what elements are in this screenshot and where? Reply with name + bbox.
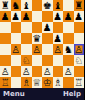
white-pawn-h4[interactable]: ♙	[74, 44, 85, 55]
white-king-e1[interactable]: ♔	[42, 77, 53, 88]
square-c6[interactable]	[21, 22, 32, 33]
square-c8[interactable]: ♝	[21, 0, 32, 11]
square-f6[interactable]	[53, 22, 64, 33]
black-bishop-c8[interactable]: ♝	[21, 0, 32, 11]
white-rook-h1[interactable]: ♖	[74, 77, 85, 88]
square-d5[interactable]: ♛	[32, 33, 43, 44]
square-b1[interactable]	[11, 77, 22, 88]
black-knight-g4[interactable]: ♞	[63, 44, 74, 55]
square-a2[interactable]: ♙	[0, 66, 11, 77]
black-pawn-g7[interactable]: ♟	[63, 11, 74, 22]
square-e7[interactable]	[42, 11, 53, 22]
white-pawn-d4[interactable]: ♙	[32, 44, 43, 55]
square-d1[interactable]: ♕	[32, 77, 43, 88]
square-g1[interactable]	[63, 77, 74, 88]
help-softkey[interactable]: Help	[63, 90, 81, 98]
square-c4[interactable]	[21, 44, 32, 55]
square-b3[interactable]	[11, 55, 22, 66]
black-pawn-f7[interactable]: ♟	[53, 11, 64, 22]
square-g5[interactable]	[63, 33, 74, 44]
square-b7[interactable]: ♟	[11, 11, 22, 22]
square-d3[interactable]	[32, 55, 43, 66]
square-d4[interactable]: ♙	[32, 44, 43, 55]
white-pawn-c2[interactable]: ♙	[21, 66, 32, 77]
black-king-e8[interactable]: ♚	[42, 0, 53, 11]
square-a6[interactable]	[0, 22, 11, 33]
white-rook-a1[interactable]: ♖	[0, 77, 11, 88]
black-pawn-h7[interactable]: ♟	[74, 11, 85, 22]
square-h7[interactable]: ♟	[74, 11, 85, 22]
square-f3[interactable]	[53, 55, 64, 66]
square-a5[interactable]	[0, 33, 11, 44]
white-queen-d1[interactable]: ♕	[32, 77, 43, 88]
square-h3[interactable]: ♘	[74, 55, 85, 66]
chess-board: ♜♞♝♚♝♜♟♟♟♟♟♟♟♛♟♙♙♙♞♙♘♘♙♙♙♙♖♗♕♔♗♖	[0, 0, 84, 88]
white-pawn-e2[interactable]: ♙	[42, 66, 53, 77]
square-c1[interactable]: ♗	[21, 77, 32, 88]
white-bishop-f1[interactable]: ♗	[53, 77, 64, 88]
white-pawn-f4[interactable]: ♙	[53, 44, 64, 55]
softkey-bar: Menu Help	[0, 88, 84, 100]
square-b8[interactable]: ♞	[11, 0, 22, 11]
square-g4[interactable]: ♞	[63, 44, 74, 55]
white-bishop-c1[interactable]: ♗	[21, 77, 32, 88]
black-knight-b8[interactable]: ♞	[11, 0, 22, 11]
square-a8[interactable]: ♜	[0, 0, 11, 11]
black-rook-a8[interactable]: ♜	[0, 0, 11, 11]
square-g6[interactable]	[63, 22, 74, 33]
black-rook-h8[interactable]: ♜	[74, 0, 85, 11]
square-f4[interactable]: ♙	[53, 44, 64, 55]
square-h5[interactable]	[74, 33, 85, 44]
square-g3[interactable]	[63, 55, 74, 66]
square-a1[interactable]: ♖	[0, 77, 11, 88]
square-f1[interactable]: ♗	[53, 77, 64, 88]
black-pawn-b7[interactable]: ♟	[11, 11, 22, 22]
square-h4[interactable]: ♙	[74, 44, 85, 55]
square-h8[interactable]: ♜	[74, 0, 85, 11]
black-pawn-e6[interactable]: ♟	[42, 22, 53, 33]
black-pawn-c7[interactable]: ♟	[21, 11, 32, 22]
square-b2[interactable]	[11, 66, 22, 77]
square-e6[interactable]: ♟	[42, 22, 53, 33]
square-f7[interactable]: ♟	[53, 11, 64, 22]
black-pawn-a7[interactable]: ♟	[0, 11, 11, 22]
square-c7[interactable]: ♟	[21, 11, 32, 22]
square-d6[interactable]	[32, 22, 43, 33]
square-e4[interactable]	[42, 44, 53, 55]
square-g2[interactable]: ♙	[63, 66, 74, 77]
square-h1[interactable]: ♖	[74, 77, 85, 88]
square-e3[interactable]	[42, 55, 53, 66]
square-c5[interactable]	[21, 33, 32, 44]
square-h2[interactable]	[74, 66, 85, 77]
square-d8[interactable]	[32, 0, 43, 11]
square-f8[interactable]: ♝	[53, 0, 64, 11]
menu-softkey[interactable]: Menu	[3, 90, 25, 98]
white-knight-c3[interactable]: ♘	[21, 55, 32, 66]
square-b4[interactable]: ♙	[11, 44, 22, 55]
white-pawn-g2[interactable]: ♙	[63, 66, 74, 77]
phone-screen: ♜♞♝♚♝♜♟♟♟♟♟♟♟♛♟♙♙♙♞♙♘♘♙♙♙♙♖♗♕♔♗♖ Menu He…	[0, 0, 84, 100]
white-pawn-b4[interactable]: ♙	[11, 44, 22, 55]
square-g7[interactable]: ♟	[63, 11, 74, 22]
square-e1[interactable]: ♔	[42, 77, 53, 88]
square-e5[interactable]	[42, 33, 53, 44]
square-c3[interactable]: ♘	[21, 55, 32, 66]
black-pawn-f5[interactable]: ♟	[53, 33, 64, 44]
square-a4[interactable]	[0, 44, 11, 55]
square-a7[interactable]: ♟	[0, 11, 11, 22]
square-c2[interactable]: ♙	[21, 66, 32, 77]
square-e8[interactable]: ♚	[42, 0, 53, 11]
square-b6[interactable]	[11, 22, 22, 33]
black-bishop-f8[interactable]: ♝	[53, 0, 64, 11]
square-g8[interactable]	[63, 0, 74, 11]
white-knight-h3[interactable]: ♘	[74, 55, 85, 66]
square-d7[interactable]	[32, 11, 43, 22]
square-h6[interactable]	[74, 22, 85, 33]
square-a3[interactable]	[0, 55, 11, 66]
square-f2[interactable]	[53, 66, 64, 77]
black-queen-d5[interactable]: ♛	[32, 33, 43, 44]
white-pawn-a2[interactable]: ♙	[0, 66, 11, 77]
square-b5[interactable]	[11, 33, 22, 44]
square-e2[interactable]: ♙	[42, 66, 53, 77]
square-f5[interactable]: ♟	[53, 33, 64, 44]
square-d2[interactable]	[32, 66, 43, 77]
